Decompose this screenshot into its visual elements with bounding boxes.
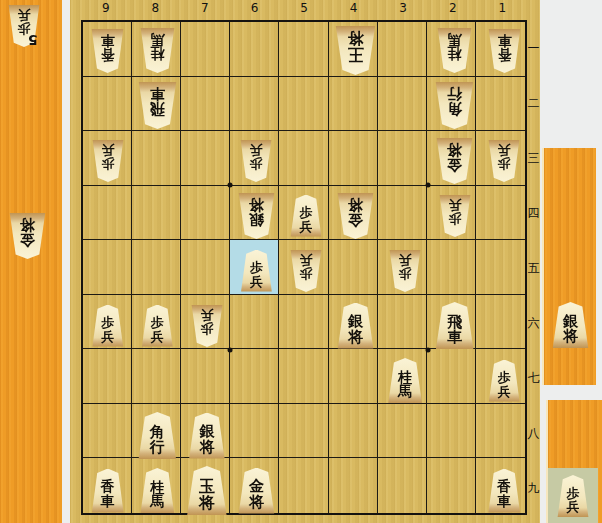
board-square-8-5[interactable] [132, 240, 181, 295]
piece-kanji: 兵 [399, 253, 412, 267]
piece-kanji: 兵 [498, 385, 511, 399]
rank-label: 六 [527, 315, 540, 332]
piece-kanji: 桂 [398, 371, 412, 386]
piece-kanji: 兵 [250, 143, 263, 157]
piece-kanji: 王 [348, 46, 364, 63]
board-square-6-1[interactable] [230, 22, 279, 77]
board-square-5-1[interactable] [279, 22, 328, 77]
board-square-9-5[interactable] [83, 240, 132, 295]
board-square-3-8[interactable] [378, 404, 427, 459]
gote-hand-gold[interactable]: 金将 [9, 213, 46, 259]
piece-kanji: 飛 [447, 315, 462, 331]
file-label: 7 [180, 1, 230, 19]
rank-label: 八 [527, 425, 540, 442]
board-square-1-8[interactable] [476, 404, 525, 459]
rank-label: 九 [527, 480, 540, 497]
piece-kanji: 行 [447, 85, 462, 101]
piece-kanji: 馬 [448, 31, 462, 46]
piece-kanji: 将 [563, 329, 578, 345]
piece-kanji: 角 [447, 101, 462, 117]
piece-kanji: 将 [348, 196, 363, 212]
piece-kanji: 香 [497, 46, 511, 61]
board-square-2-9[interactable] [427, 458, 476, 513]
piece-kanji: 将 [199, 495, 215, 512]
board-square-4-5[interactable] [329, 240, 378, 295]
board-square-6-8[interactable] [230, 404, 279, 459]
piece-kanji: 馬 [398, 385, 412, 400]
board-square-2-5[interactable] [427, 240, 476, 295]
piece-kanji: 銀 [199, 424, 214, 440]
board-square-1-6[interactable] [476, 295, 525, 350]
piece-kanji: 歩 [250, 156, 263, 170]
piece-kanji: 行 [150, 440, 165, 456]
piece-kanji: 兵 [300, 253, 313, 267]
rank-label: 五 [527, 260, 540, 277]
piece-kanji: 車 [101, 495, 115, 510]
piece-kanji: 歩 [250, 261, 263, 275]
file-label: 8 [131, 1, 181, 19]
piece-kanji: 将 [348, 29, 364, 46]
piece-kanji: 兵 [151, 330, 164, 344]
shogi-board-panel: 987654321 一二三四五六七八九 香車桂馬王将桂馬香車飛車角行歩兵歩兵金将… [70, 0, 540, 523]
hoshi-dot [227, 348, 232, 353]
board-square-5-6[interactable] [279, 295, 328, 350]
piece-kanji: 歩 [498, 156, 511, 170]
piece-kanji: 金 [447, 156, 462, 172]
board-square-8-7[interactable] [132, 349, 181, 404]
rank-label: 三 [527, 150, 540, 167]
hand-piece-highlight: 歩兵 [548, 468, 598, 523]
board-square-7-4[interactable] [181, 186, 230, 241]
file-labels: 987654321 [81, 1, 527, 19]
board-square-3-9[interactable] [378, 458, 427, 513]
piece-kanji: 玉 [199, 479, 215, 496]
board-square-3-2[interactable] [378, 77, 427, 132]
board-square-7-5[interactable] [181, 240, 230, 295]
piece-kanji: 歩 [448, 211, 461, 225]
piece-kanji: 金 [20, 232, 35, 248]
piece-kanji: 銀 [348, 314, 363, 330]
piece-kanji: 兵 [448, 198, 461, 212]
piece-kanji: 兵 [101, 143, 114, 157]
piece-kanji: 桂 [150, 46, 164, 61]
piece-kanji: 金 [348, 211, 363, 227]
piece-kanji: 兵 [18, 8, 31, 22]
board-square-1-5[interactable] [476, 240, 525, 295]
piece-kanji: 車 [497, 495, 511, 510]
gote-hand-pawn-count: 5 [28, 32, 38, 48]
board-square-1-2[interactable] [476, 77, 525, 132]
rank-label: 二 [527, 95, 540, 112]
rank-label: 七 [527, 370, 540, 387]
board-square-9-4[interactable] [83, 186, 132, 241]
piece-kanji: 歩 [498, 371, 511, 385]
board-square-3-1[interactable] [378, 22, 427, 77]
piece-kanji: 馬 [150, 495, 164, 510]
rank-labels: 一二三四五六七八九 [527, 20, 540, 515]
sente-hand-pawn[interactable]: 歩兵 [557, 475, 589, 517]
board-square-2-8[interactable] [427, 404, 476, 459]
piece-kanji: 香 [101, 480, 115, 495]
piece-kanji: 車 [497, 32, 511, 47]
sente-hand-silver[interactable]: 銀将 [552, 302, 589, 348]
piece-kanji: 兵 [200, 308, 213, 322]
board-square-9-2[interactable] [83, 77, 132, 132]
piece-kanji: 兵 [300, 220, 313, 234]
board-square-7-2[interactable] [181, 77, 230, 132]
gote-komadai: 歩兵5金将 [0, 0, 62, 523]
piece-kanji: 兵 [498, 143, 511, 157]
piece-kanji: 桂 [448, 46, 462, 61]
piece-kanji: 将 [199, 440, 214, 456]
board-square-4-7[interactable] [329, 349, 378, 404]
file-label: 4 [329, 1, 379, 19]
board-square-3-4[interactable] [378, 186, 427, 241]
piece-kanji: 将 [20, 216, 35, 232]
piece-kanji: 銀 [249, 211, 264, 227]
shogi-app-window: 歩兵5金将 987654321 一二三四五六七八九 香車桂馬王将桂馬香車飛車角行… [0, 0, 602, 523]
board-square-8-3[interactable] [132, 131, 181, 186]
board-square-5-2[interactable] [279, 77, 328, 132]
board-square-5-9[interactable] [279, 458, 328, 513]
sente-komadai: 銀将 [542, 148, 596, 385]
board-square-4-9[interactable] [329, 458, 378, 513]
piece-kanji: 飛 [150, 101, 165, 117]
file-label: 3 [378, 1, 428, 19]
rank-label: 一 [527, 40, 540, 57]
piece-kanji: 歩 [151, 316, 164, 330]
piece-kanji: 将 [249, 495, 264, 511]
file-label: 1 [478, 1, 528, 19]
board-square-4-2[interactable] [329, 77, 378, 132]
board-square-6-2[interactable] [230, 77, 279, 132]
piece-kanji: 歩 [200, 321, 213, 335]
board-square-9-8[interactable] [83, 404, 132, 459]
board-square-5-7[interactable] [279, 349, 328, 404]
piece-kanji: 歩 [399, 266, 412, 280]
piece-kanji: 銀 [563, 314, 578, 330]
board-square-3-3[interactable] [378, 131, 427, 186]
piece-kanji: 兵 [250, 275, 263, 289]
board-square-8-4[interactable] [132, 186, 181, 241]
piece-kanji: 角 [150, 425, 165, 441]
piece-kanji: 歩 [300, 266, 313, 280]
piece-kanji: 兵 [101, 330, 114, 344]
board-square-3-6[interactable] [378, 295, 427, 350]
piece-kanji: 歩 [567, 487, 580, 501]
board-square-1-4[interactable] [476, 186, 525, 241]
piece-kanji: 桂 [150, 481, 164, 496]
piece-kanji: 金 [249, 479, 264, 495]
file-label: 2 [428, 1, 478, 19]
board-square-7-1[interactable] [181, 22, 230, 77]
board-square-6-7[interactable] [230, 349, 279, 404]
piece-kanji: 馬 [150, 31, 164, 46]
piece-kanji: 将 [348, 330, 363, 346]
piece-kanji: 歩 [101, 156, 114, 170]
piece-kanji: 歩 [300, 206, 313, 220]
rank-label: 四 [527, 205, 540, 222]
file-label: 6 [230, 1, 280, 19]
board-square-5-8[interactable] [279, 404, 328, 459]
board-square-6-6[interactable] [230, 295, 279, 350]
board-square-2-7[interactable] [427, 349, 476, 404]
board-square-4-8[interactable] [329, 404, 378, 459]
board-square-5-3[interactable] [279, 131, 328, 186]
board-square-4-3[interactable] [329, 131, 378, 186]
board-square-9-7[interactable] [83, 349, 132, 404]
piece-kanji: 車 [447, 330, 462, 346]
piece-kanji: 将 [249, 196, 264, 212]
board-square-7-3[interactable] [181, 131, 230, 186]
shogi-grid[interactable]: 香車桂馬王将桂馬香車飛車角行歩兵歩兵金将歩兵銀将歩兵金将歩兵歩兵歩兵歩兵歩兵歩兵… [81, 20, 527, 515]
board-square-7-7[interactable] [181, 349, 230, 404]
piece-kanji: 車 [101, 32, 115, 47]
sente-komadai-pawn-tray: 歩兵 [546, 400, 602, 523]
piece-kanji: 車 [150, 85, 165, 101]
hoshi-dot [425, 348, 430, 353]
piece-kanji: 香 [101, 46, 115, 61]
piece-kanji: 兵 [567, 500, 580, 514]
piece-kanji: 将 [447, 141, 462, 157]
hoshi-dot [227, 183, 232, 188]
file-label: 5 [279, 1, 329, 19]
piece-kanji: 歩 [101, 316, 114, 330]
piece-kanji: 香 [497, 480, 511, 495]
file-label: 9 [81, 1, 131, 19]
hoshi-dot [425, 183, 430, 188]
